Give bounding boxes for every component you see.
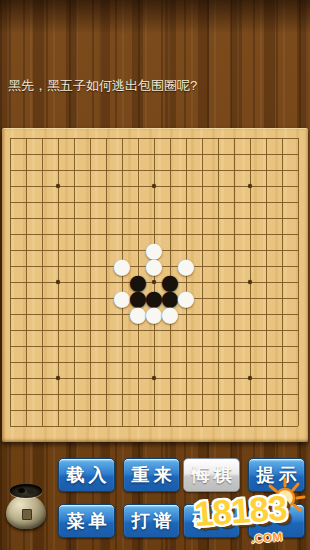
bowl-label — [22, 509, 32, 520]
study-button[interactable]: 研 — [183, 504, 240, 538]
restart-button[interactable]: 重来 — [123, 458, 180, 492]
white-stone: ● — [114, 258, 130, 274]
bowl-stone — [18, 488, 25, 493]
menu-button[interactable]: 菜单 — [58, 504, 115, 538]
white-stone: ● — [146, 306, 162, 322]
black-stone: ● — [130, 290, 146, 306]
record-button[interactable]: 打谱 — [123, 504, 180, 538]
white-stone: ● — [146, 242, 162, 258]
puzzle-prompt: 黑先，黑五子如何逃出包围圈呢? — [8, 78, 304, 94]
white-stone: ● — [146, 258, 162, 274]
black-stone: ● — [162, 274, 178, 290]
load-button[interactable]: 载入 — [58, 458, 115, 492]
white-stone: ● — [114, 290, 130, 306]
stone-grid: ●●●●●●●●●●●●●● — [2, 130, 306, 434]
black-stone: ● — [162, 290, 178, 306]
white-stone: ● — [178, 258, 194, 274]
white-stone: ● — [162, 306, 178, 322]
hint-button[interactable]: 提示 — [248, 458, 305, 492]
white-stone: ● — [130, 306, 146, 322]
top-shadow — [0, 0, 310, 34]
bowl-stone — [27, 489, 34, 494]
undo-button[interactable]: 悔棋 — [183, 458, 240, 492]
black-stone: ● — [130, 274, 146, 290]
white-stone: ● — [178, 290, 194, 306]
bowl-opening — [10, 484, 42, 498]
go-app-window: 黑先，黑五子如何逃出包围圈呢? ●●●●●●●●●●●●●● 载入 重来 悔棋 … — [0, 0, 310, 550]
black-stone: ● — [146, 290, 162, 306]
covered-button[interactable] — [248, 504, 305, 538]
go-board[interactable]: ●●●●●●●●●●●●●● — [2, 128, 308, 442]
stone-bowl — [6, 484, 46, 529]
